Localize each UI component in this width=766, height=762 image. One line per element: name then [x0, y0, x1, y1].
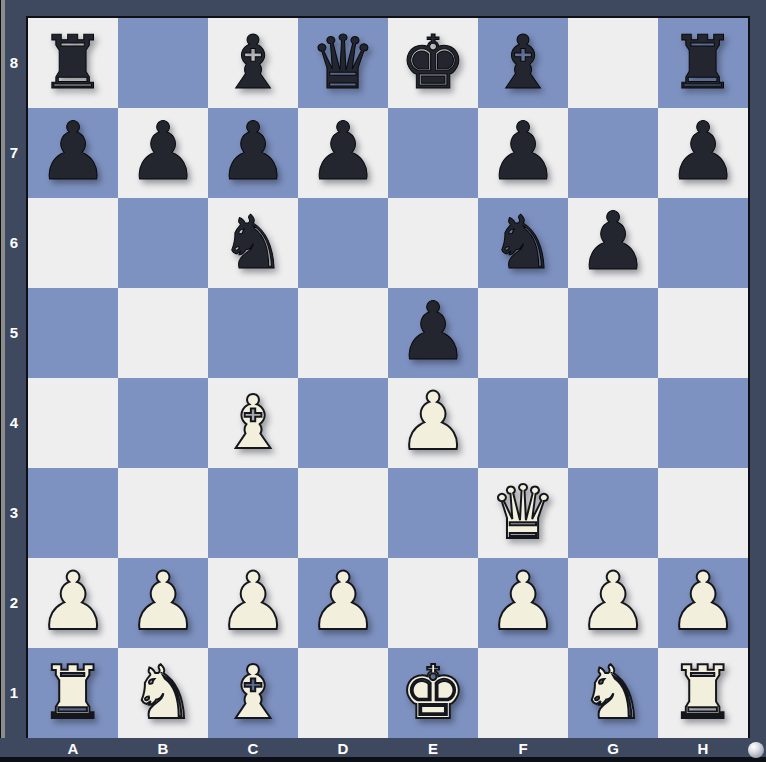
square-c5[interactable]: [208, 288, 298, 378]
square-h2[interactable]: ♟: [658, 558, 748, 648]
square-f1[interactable]: [478, 648, 568, 738]
black-bishop-icon[interactable]: ♝: [208, 18, 298, 108]
chess-board-window: 87654321 ♜♝♛♚♝♜♟♟♟♟♟♟♞♞♟♟♝♟♛♟♟♟♟♟♟♟♜♞♝♚♞…: [0, 0, 766, 762]
square-e3[interactable]: [388, 468, 478, 558]
rank-label-7: 7: [0, 108, 26, 198]
white-pawn-icon[interactable]: ♟: [208, 558, 298, 648]
white-pawn-icon[interactable]: ♟: [658, 558, 748, 648]
square-b7[interactable]: ♟: [118, 108, 208, 198]
square-f8[interactable]: ♝: [478, 18, 568, 108]
white-pawn-icon[interactable]: ♟: [298, 558, 388, 648]
black-rook-icon[interactable]: ♜: [28, 18, 118, 108]
square-b2[interactable]: ♟: [118, 558, 208, 648]
square-a7[interactable]: ♟: [28, 108, 118, 198]
white-knight-icon[interactable]: ♞: [118, 648, 208, 738]
square-d1[interactable]: [298, 648, 388, 738]
square-h6[interactable]: [658, 198, 748, 288]
square-c7[interactable]: ♟: [208, 108, 298, 198]
square-e1[interactable]: ♚: [388, 648, 478, 738]
file-label-a: A: [28, 739, 118, 758]
rank-labels: 87654321: [0, 18, 26, 738]
board-frame: ♜♝♛♚♝♜♟♟♟♟♟♟♞♞♟♟♝♟♛♟♟♟♟♟♟♟♜♞♝♚♞♜: [26, 16, 750, 740]
rank-label-4: 4: [0, 378, 26, 468]
black-pawn-icon[interactable]: ♟: [478, 108, 568, 198]
white-bishop-icon[interactable]: ♝: [208, 378, 298, 468]
file-label-f: F: [478, 739, 568, 758]
square-f6[interactable]: ♞: [478, 198, 568, 288]
black-pawn-icon[interactable]: ♟: [208, 108, 298, 198]
square-b6[interactable]: [118, 198, 208, 288]
white-rook-icon[interactable]: ♜: [28, 648, 118, 738]
square-a8[interactable]: ♜: [28, 18, 118, 108]
black-pawn-icon[interactable]: ♟: [388, 288, 478, 378]
square-e8[interactable]: ♚: [388, 18, 478, 108]
square-c8[interactable]: ♝: [208, 18, 298, 108]
square-d4[interactable]: [298, 378, 388, 468]
file-label-b: B: [118, 739, 208, 758]
square-g3[interactable]: [568, 468, 658, 558]
file-label-d: D: [298, 739, 388, 758]
white-pawn-icon[interactable]: ♟: [28, 558, 118, 648]
square-f5[interactable]: [478, 288, 568, 378]
white-rook-icon[interactable]: ♜: [658, 648, 748, 738]
board: ♜♝♛♚♝♜♟♟♟♟♟♟♞♞♟♟♝♟♛♟♟♟♟♟♟♟♜♞♝♚♞♜: [28, 18, 748, 738]
square-g4[interactable]: [568, 378, 658, 468]
square-a3[interactable]: [28, 468, 118, 558]
square-b3[interactable]: [118, 468, 208, 558]
square-b5[interactable]: [118, 288, 208, 378]
square-a1[interactable]: ♜: [28, 648, 118, 738]
square-d2[interactable]: ♟: [298, 558, 388, 648]
square-h7[interactable]: ♟: [658, 108, 748, 198]
black-queen-icon[interactable]: ♛: [298, 18, 388, 108]
black-knight-icon[interactable]: ♞: [208, 198, 298, 288]
square-a2[interactable]: ♟: [28, 558, 118, 648]
square-b4[interactable]: [118, 378, 208, 468]
square-e6[interactable]: [388, 198, 478, 288]
black-pawn-icon[interactable]: ♟: [118, 108, 208, 198]
file-label-c: C: [208, 739, 298, 758]
square-a5[interactable]: [28, 288, 118, 378]
white-bishop-icon[interactable]: ♝: [208, 648, 298, 738]
square-d7[interactable]: ♟: [298, 108, 388, 198]
white-pawn-icon[interactable]: ♟: [478, 558, 568, 648]
square-b8[interactable]: [118, 18, 208, 108]
black-pawn-icon[interactable]: ♟: [28, 108, 118, 198]
square-c6[interactable]: ♞: [208, 198, 298, 288]
square-h4[interactable]: [658, 378, 748, 468]
file-label-e: E: [388, 739, 478, 758]
square-f2[interactable]: ♟: [478, 558, 568, 648]
file-labels: ABCDEFGH: [28, 739, 748, 758]
square-d3[interactable]: [298, 468, 388, 558]
bottom-edge-line: [0, 757, 766, 762]
rank-label-5: 5: [0, 288, 26, 378]
square-f7[interactable]: ♟: [478, 108, 568, 198]
black-pawn-icon[interactable]: ♟: [298, 108, 388, 198]
square-c4[interactable]: ♝: [208, 378, 298, 468]
file-label-h: H: [658, 739, 748, 758]
white-queen-icon[interactable]: ♛: [478, 468, 568, 558]
white-king-icon[interactable]: ♚: [388, 648, 478, 738]
square-e2[interactable]: [388, 558, 478, 648]
white-pawn-icon[interactable]: ♟: [388, 378, 478, 468]
black-rook-icon[interactable]: ♜: [658, 18, 748, 108]
black-pawn-icon[interactable]: ♟: [658, 108, 748, 198]
square-g5[interactable]: [568, 288, 658, 378]
black-knight-icon[interactable]: ♞: [478, 198, 568, 288]
square-a4[interactable]: [28, 378, 118, 468]
square-g1[interactable]: ♞: [568, 648, 658, 738]
rank-label-8: 8: [0, 18, 26, 108]
white-knight-icon[interactable]: ♞: [568, 648, 658, 738]
square-h8[interactable]: ♜: [658, 18, 748, 108]
square-g7[interactable]: [568, 108, 658, 198]
black-bishop-icon[interactable]: ♝: [478, 18, 568, 108]
file-label-g: G: [568, 739, 658, 758]
black-pawn-icon[interactable]: ♟: [568, 198, 658, 288]
square-f3[interactable]: ♛: [478, 468, 568, 558]
rank-label-6: 6: [0, 198, 26, 288]
square-c3[interactable]: [208, 468, 298, 558]
square-g2[interactable]: ♟: [568, 558, 658, 648]
corner-ball-icon: [748, 742, 764, 758]
square-g8[interactable]: [568, 18, 658, 108]
square-e5[interactable]: ♟: [388, 288, 478, 378]
rank-label-2: 2: [0, 558, 26, 648]
square-d5[interactable]: [298, 288, 388, 378]
square-c2[interactable]: ♟: [208, 558, 298, 648]
square-h5[interactable]: [658, 288, 748, 378]
square-d8[interactable]: ♛: [298, 18, 388, 108]
square-g6[interactable]: ♟: [568, 198, 658, 288]
black-king-icon[interactable]: ♚: [388, 18, 478, 108]
square-h1[interactable]: ♜: [658, 648, 748, 738]
white-pawn-icon[interactable]: ♟: [568, 558, 658, 648]
rank-label-3: 3: [0, 468, 26, 558]
white-pawn-icon[interactable]: ♟: [118, 558, 208, 648]
square-d6[interactable]: [298, 198, 388, 288]
rank-label-1: 1: [0, 648, 26, 738]
square-a6[interactable]: [28, 198, 118, 288]
square-f4[interactable]: [478, 378, 568, 468]
square-e4[interactable]: ♟: [388, 378, 478, 468]
square-c1[interactable]: ♝: [208, 648, 298, 738]
square-h3[interactable]: [658, 468, 748, 558]
square-b1[interactable]: ♞: [118, 648, 208, 738]
square-e7[interactable]: [388, 108, 478, 198]
